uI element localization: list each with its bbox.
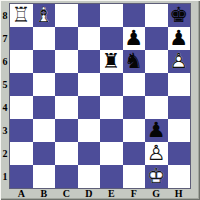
square-a5[interactable]	[10, 73, 33, 96]
square-f2[interactable]	[123, 142, 146, 165]
square-h4[interactable]	[168, 96, 191, 119]
square-g6[interactable]	[145, 50, 168, 73]
piece-glyph: ♞	[123, 51, 146, 72]
square-a6[interactable]	[10, 50, 33, 73]
square-g7[interactable]	[145, 27, 168, 50]
piece-glyph-outline: ♔	[145, 166, 168, 187]
piece-glyph-outline: ♗	[33, 5, 56, 26]
square-d2[interactable]	[78, 142, 101, 165]
square-h1[interactable]	[168, 165, 191, 188]
square-c3[interactable]	[55, 119, 78, 142]
square-c8[interactable]	[55, 4, 78, 27]
square-d6[interactable]	[78, 50, 101, 73]
square-a3[interactable]	[10, 119, 33, 142]
square-d8[interactable]	[78, 4, 101, 27]
square-c1[interactable]	[55, 165, 78, 188]
file-label-c: C	[55, 188, 78, 199]
square-f6[interactable]: ♞	[123, 50, 146, 73]
square-f5[interactable]	[123, 73, 146, 96]
white-bishop-b8[interactable]: ♝♗	[33, 4, 56, 27]
square-c6[interactable]	[55, 50, 78, 73]
square-g2[interactable]: ♟♙	[145, 142, 168, 165]
piece-glyph-fill: ♚	[145, 166, 168, 187]
piece-glyph-fill: ♝	[33, 5, 56, 26]
square-f3[interactable]	[123, 119, 146, 142]
square-f1[interactable]	[123, 165, 146, 188]
black-pawn-f7[interactable]: ♟	[123, 27, 146, 50]
file-label-f: F	[123, 188, 146, 199]
square-h7[interactable]: ♟	[168, 27, 191, 50]
square-b3[interactable]	[33, 119, 56, 142]
piece-glyph-fill: ♟	[168, 51, 191, 72]
square-g3[interactable]: ♟	[145, 119, 168, 142]
piece-glyph-outline: ♖	[10, 5, 33, 26]
file-label-h: H	[168, 188, 191, 199]
square-b1[interactable]	[33, 165, 56, 188]
square-c5[interactable]	[55, 73, 78, 96]
square-d7[interactable]	[78, 27, 101, 50]
square-a1[interactable]	[10, 165, 33, 188]
square-e2[interactable]	[100, 142, 123, 165]
piece-glyph: ♟	[168, 28, 191, 49]
piece-glyph-fill: ♟	[145, 143, 168, 164]
square-d3[interactable]	[78, 119, 101, 142]
square-e8[interactable]	[100, 4, 123, 27]
piece-glyph-outline: ♙	[145, 143, 168, 164]
square-f7[interactable]: ♟	[123, 27, 146, 50]
piece-glyph-outline: ♙	[168, 51, 191, 72]
square-h2[interactable]	[168, 142, 191, 165]
square-g1[interactable]: ♚♔	[145, 165, 168, 188]
square-e4[interactable]	[100, 96, 123, 119]
square-d4[interactable]	[78, 96, 101, 119]
rank-label-4: 4	[0, 96, 10, 119]
piece-glyph-fill: ♜	[10, 5, 33, 26]
square-d1[interactable]	[78, 165, 101, 188]
square-a8[interactable]: ♜♖	[10, 4, 33, 27]
file-label-d: D	[78, 188, 101, 199]
file-label-g: G	[145, 188, 168, 199]
rank-label-7: 7	[0, 27, 10, 50]
square-a4[interactable]	[10, 96, 33, 119]
square-f8[interactable]	[123, 4, 146, 27]
square-c4[interactable]	[55, 96, 78, 119]
rank-label-6: 6	[0, 50, 10, 73]
rank-label-1: 1	[0, 165, 10, 188]
rank-label-8: 8	[0, 4, 10, 27]
black-knight-f6[interactable]: ♞	[123, 50, 146, 73]
square-b4[interactable]	[33, 96, 56, 119]
rank-label-3: 3	[0, 119, 10, 142]
square-d5[interactable]	[78, 73, 101, 96]
rank-label-2: 2	[0, 142, 10, 165]
white-pawn-g2[interactable]: ♟♙	[145, 142, 168, 165]
square-a7[interactable]	[10, 27, 33, 50]
board: ♜♖♝♗♚♟♟♜♞♟♙♟♟♙♚♔	[10, 4, 190, 188]
black-pawn-g3[interactable]: ♟	[145, 119, 168, 142]
file-label-a: A	[10, 188, 33, 199]
file-label-b: B	[33, 188, 56, 199]
square-h3[interactable]	[168, 119, 191, 142]
square-f4[interactable]	[123, 96, 146, 119]
piece-glyph: ♟	[123, 28, 146, 49]
board-frame: 87654321 ♜♖♝♗♚♟♟♜♞♟♙♟♟♙♚♔ ABCDEFGH	[0, 0, 200, 200]
white-king-g1[interactable]: ♚♔	[145, 165, 168, 188]
square-b5[interactable]	[33, 73, 56, 96]
square-e6[interactable]: ♜	[100, 50, 123, 73]
square-c7[interactable]	[55, 27, 78, 50]
square-e3[interactable]	[100, 119, 123, 142]
rank-label-5: 5	[0, 73, 10, 96]
square-a2[interactable]	[10, 142, 33, 165]
black-rook-e6[interactable]: ♜	[100, 50, 123, 73]
black-king-h8[interactable]: ♚	[168, 4, 191, 27]
square-g5[interactable]	[145, 73, 168, 96]
square-c2[interactable]	[55, 142, 78, 165]
black-pawn-h7[interactable]: ♟	[168, 27, 191, 50]
square-b6[interactable]	[33, 50, 56, 73]
square-e5[interactable]	[100, 73, 123, 96]
square-e7[interactable]	[100, 27, 123, 50]
file-labels: ABCDEFGH	[10, 188, 190, 199]
square-b8[interactable]: ♝♗	[33, 4, 56, 27]
rank-labels: 87654321	[0, 4, 10, 188]
square-e1[interactable]	[100, 165, 123, 188]
square-b7[interactable]	[33, 27, 56, 50]
piece-glyph: ♚	[168, 5, 191, 26]
square-b2[interactable]	[33, 142, 56, 165]
square-g4[interactable]	[145, 96, 168, 119]
white-pawn-h6[interactable]: ♟♙	[168, 50, 191, 73]
square-h5[interactable]	[168, 73, 191, 96]
piece-glyph: ♟	[145, 120, 168, 141]
square-h6[interactable]: ♟♙	[168, 50, 191, 73]
square-g8[interactable]	[145, 4, 168, 27]
square-h8[interactable]: ♚	[168, 4, 191, 27]
file-label-e: E	[100, 188, 123, 199]
white-rook-a8[interactable]: ♜♖	[10, 4, 33, 27]
piece-glyph: ♜	[100, 51, 123, 72]
